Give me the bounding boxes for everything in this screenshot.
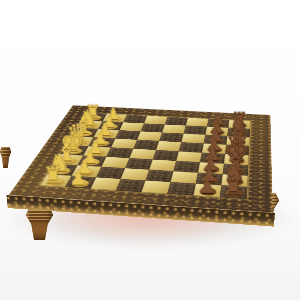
square-h7[interactable]: ♟: [194, 184, 222, 197]
white-rook[interactable]: ♜: [43, 164, 63, 186]
square-f6[interactable]: [173, 161, 200, 173]
square-e3[interactable]: [106, 147, 133, 158]
white-pawn[interactable]: ♟: [69, 169, 86, 188]
square-f4[interactable]: [125, 158, 153, 170]
square-c6[interactable]: [181, 134, 205, 144]
board-frame: ♜♟♟♜♞♟♟♞♝♟♟♝♛♟♟♛♚♟♟♚♝♟♟♝♞♟♟♞♜♟♟♜: [9, 105, 273, 213]
square-h2[interactable]: ♟: [65, 176, 96, 189]
square-e4[interactable]: [129, 149, 156, 160]
board-leg-back-left: [0, 147, 11, 168]
board-grid: ♜♟♟♜♞♟♟♞♝♟♟♝♛♟♟♛♚♟♟♚♝♟♟♝♞♟♟♞♜♟♟♜: [40, 113, 250, 199]
square-h5[interactable]: [141, 181, 170, 194]
square-h6[interactable]: [167, 182, 195, 195]
square-d3[interactable]: [111, 139, 137, 149]
square-e6[interactable]: [176, 151, 202, 162]
black-pawn[interactable]: ♟: [198, 177, 216, 197]
square-a4[interactable]: [144, 116, 167, 125]
product-photo-scene: ♜♟♟♜♞♟♟♞♝♟♟♝♛♟♟♛♚♟♟♚♝♟♟♝♞♟♟♞♜♟♟♜: [0, 0, 300, 300]
chessboard: ♜♟♟♜♞♟♟♞♝♟♟♝♛♟♟♛♚♟♟♚♝♟♟♝♞♟♟♞♜♟♟♜: [9, 105, 273, 213]
black-rook[interactable]: ♜: [223, 175, 244, 198]
square-h8[interactable]: ♜: [220, 185, 247, 199]
